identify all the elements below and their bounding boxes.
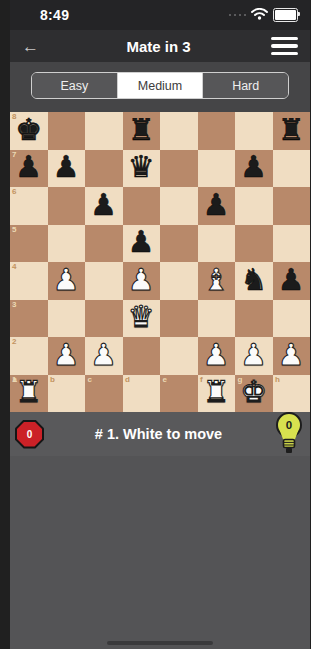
piece-white-pawn-h2[interactable]: ♟ — [278, 340, 305, 370]
file-label-b: b — [50, 376, 55, 384]
square-f8[interactable] — [198, 112, 236, 150]
piece-black-pawn-h4[interactable]: ♟ — [278, 265, 305, 295]
tab-medium[interactable]: Medium — [118, 73, 204, 98]
rank-label-5: 5 — [12, 226, 16, 234]
piece-black-pawn-f6[interactable]: ♟ — [203, 190, 230, 220]
square-c4[interactable] — [85, 262, 123, 300]
home-indicator[interactable] — [107, 641, 213, 646]
piece-black-pawn-g7[interactable]: ♟ — [240, 152, 267, 182]
square-f1[interactable]: f♜ — [198, 375, 236, 413]
square-c3[interactable] — [85, 300, 123, 338]
square-d5[interactable]: ♟ — [123, 225, 161, 263]
clock: 8:49 — [40, 7, 69, 23]
mistakes-count: 0 — [27, 429, 33, 440]
square-c8[interactable] — [85, 112, 123, 150]
square-b8[interactable] — [48, 112, 86, 150]
svg-text:0: 0 — [286, 419, 292, 431]
square-h1[interactable]: h — [273, 375, 311, 413]
piece-white-rook-a1[interactable]: ♜ — [15, 377, 42, 407]
square-c1[interactable]: c — [85, 375, 123, 413]
square-g1[interactable]: g♚ — [235, 375, 273, 413]
piece-black-knight-g4[interactable]: ♞ — [240, 265, 267, 295]
puzzle-status-bar: 0 # 1. White to move 0 — [10, 412, 310, 456]
piece-white-rook-f1[interactable]: ♜ — [203, 377, 230, 407]
piece-black-pawn-a7[interactable]: ♟ — [15, 152, 42, 182]
square-e2[interactable] — [160, 337, 198, 375]
square-a5[interactable]: 5 — [10, 225, 48, 263]
square-b4[interactable]: ♟ — [48, 262, 86, 300]
square-h3[interactable] — [273, 300, 311, 338]
square-a7[interactable]: 7♟ — [10, 150, 48, 188]
piece-white-pawn-b2[interactable]: ♟ — [53, 340, 80, 370]
menu-button[interactable] — [271, 37, 298, 56]
piece-black-pawn-c6[interactable]: ♟ — [90, 190, 117, 220]
square-c7[interactable] — [85, 150, 123, 188]
file-label-c: c — [88, 376, 92, 384]
piece-white-pawn-b4[interactable]: ♟ — [53, 265, 80, 295]
app-screen: 8:49 ← Mate in 3 Easy Medium Hard 8♚♜♜7♟… — [10, 0, 310, 649]
piece-white-pawn-c2[interactable]: ♟ — [90, 340, 117, 370]
square-g3[interactable] — [235, 300, 273, 338]
stop-sign-icon: 0 — [17, 422, 42, 447]
piece-white-pawn-f2[interactable]: ♟ — [203, 340, 230, 370]
square-f5[interactable] — [198, 225, 236, 263]
square-h4[interactable]: ♟ — [273, 262, 311, 300]
battery-icon — [273, 8, 298, 23]
lightbulb-icon: 0 — [274, 411, 304, 457]
square-h2[interactable]: ♟ — [273, 337, 311, 375]
square-e7[interactable] — [160, 150, 198, 188]
rank-label-3: 3 — [12, 301, 16, 309]
piece-black-king-a8[interactable]: ♚ — [15, 115, 42, 145]
puzzle-message: # 1. White to move — [44, 426, 273, 442]
status-icons — [229, 6, 299, 24]
file-label-d: d — [125, 376, 130, 384]
square-f2[interactable]: ♟ — [198, 337, 236, 375]
piece-white-bishop-f4[interactable]: ♝ — [203, 265, 230, 295]
piece-black-pawn-d5[interactable]: ♟ — [128, 227, 155, 257]
square-g8[interactable] — [235, 112, 273, 150]
square-b5[interactable] — [48, 225, 86, 263]
square-e5[interactable] — [160, 225, 198, 263]
square-g6[interactable] — [235, 187, 273, 225]
piece-white-pawn-d4[interactable]: ♟ — [128, 265, 155, 295]
square-d4[interactable]: ♟ — [123, 262, 161, 300]
piece-black-queen-d7[interactable]: ♛ — [128, 152, 155, 182]
square-f3[interactable] — [198, 300, 236, 338]
tab-easy[interactable]: Easy — [32, 73, 118, 98]
square-g5[interactable] — [235, 225, 273, 263]
hint-button[interactable]: 0 — [273, 411, 305, 457]
square-c2[interactable]: ♟ — [85, 337, 123, 375]
square-g4[interactable]: ♞ — [235, 262, 273, 300]
square-a3[interactable]: 3 — [10, 300, 48, 338]
square-h7[interactable] — [273, 150, 311, 188]
wifi-icon — [251, 6, 268, 24]
piece-white-king-g1[interactable]: ♚ — [240, 377, 267, 407]
square-b6[interactable] — [48, 187, 86, 225]
square-b7[interactable]: ♟ — [48, 150, 86, 188]
square-e4[interactable] — [160, 262, 198, 300]
square-e3[interactable] — [160, 300, 198, 338]
square-b2[interactable]: ♟ — [48, 337, 86, 375]
square-b1[interactable]: b — [48, 375, 86, 413]
square-f7[interactable] — [198, 150, 236, 188]
page-title: Mate in 3 — [46, 38, 271, 55]
difficulty-tab-bar: Easy Medium Hard — [10, 62, 310, 112]
file-label-h: h — [275, 376, 280, 384]
cellular-signal-icon — [229, 14, 247, 17]
square-h8[interactable]: ♜ — [273, 112, 311, 150]
square-e8[interactable] — [160, 112, 198, 150]
square-a4[interactable]: 4 — [10, 262, 48, 300]
square-d8[interactable]: ♜ — [123, 112, 161, 150]
square-h6[interactable] — [273, 187, 311, 225]
rank-label-6: 6 — [12, 188, 16, 196]
square-a8[interactable]: 8♚ — [10, 112, 48, 150]
square-d1[interactable]: d — [123, 375, 161, 413]
square-f6[interactable]: ♟ — [198, 187, 236, 225]
piece-black-pawn-b7[interactable]: ♟ — [53, 152, 80, 182]
tab-hard[interactable]: Hard — [203, 73, 288, 98]
square-c5[interactable] — [85, 225, 123, 263]
square-d2[interactable] — [123, 337, 161, 375]
rank-label-2: 2 — [12, 338, 16, 346]
square-g2[interactable]: ♟ — [235, 337, 273, 375]
square-b3[interactable] — [48, 300, 86, 338]
back-button[interactable]: ← — [22, 38, 46, 55]
square-a6[interactable]: 6 — [10, 187, 48, 225]
square-a1[interactable]: 1a♜ — [10, 375, 48, 413]
square-c6[interactable]: ♟ — [85, 187, 123, 225]
chess-board: 8♚♜♜7♟♟♛♟6♟♟5♟4♟♟♝♞♟3♛2♟♟♟♟♟1a♜bcdef♜g♚h — [10, 112, 310, 412]
square-d3[interactable]: ♛ — [123, 300, 161, 338]
square-d7[interactable]: ♛ — [123, 150, 161, 188]
segmented-control: Easy Medium Hard — [31, 72, 289, 99]
square-f4[interactable]: ♝ — [198, 262, 236, 300]
square-e1[interactable]: e — [160, 375, 198, 413]
piece-black-rook-h8[interactable]: ♜ — [278, 115, 305, 145]
piece-white-pawn-g2[interactable]: ♟ — [240, 340, 267, 370]
piece-black-rook-d8[interactable]: ♜ — [128, 115, 155, 145]
square-h5[interactable] — [273, 225, 311, 263]
piece-white-queen-d3[interactable]: ♛ — [128, 302, 155, 332]
mistakes-stop-badge[interactable]: 0 — [15, 420, 44, 449]
square-d6[interactable] — [123, 187, 161, 225]
square-e6[interactable] — [160, 187, 198, 225]
file-label-e: e — [163, 376, 167, 384]
nav-bar: ← Mate in 3 — [10, 30, 310, 62]
bottom-area — [10, 456, 310, 649]
square-g7[interactable]: ♟ — [235, 150, 273, 188]
rank-label-4: 4 — [12, 263, 16, 271]
status-bar: 8:49 — [10, 0, 310, 30]
square-a2[interactable]: 2 — [10, 337, 48, 375]
